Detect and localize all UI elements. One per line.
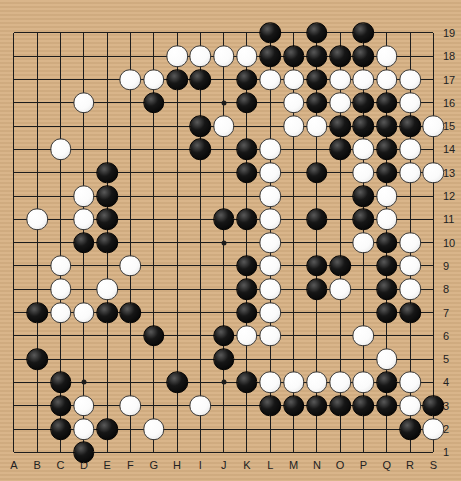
intersection-I11[interactable]: [189, 208, 212, 231]
intersection-A6[interactable]: [2, 324, 25, 347]
intersection-G11[interactable]: [142, 208, 165, 231]
intersection-L18[interactable]: [259, 45, 282, 68]
intersection-L4[interactable]: [259, 371, 282, 394]
intersection-N9[interactable]: [305, 254, 328, 277]
intersection-J3[interactable]: [212, 394, 235, 417]
intersection-F4[interactable]: [119, 371, 142, 394]
intersection-K9[interactable]: [235, 254, 258, 277]
go-grid[interactable]: [2, 21, 445, 464]
intersection-I15[interactable]: [189, 115, 212, 138]
intersection-K12[interactable]: [235, 184, 258, 207]
intersection-G2[interactable]: [142, 417, 165, 440]
intersection-N6[interactable]: [305, 324, 328, 347]
intersection-I9[interactable]: [189, 254, 212, 277]
intersection-H12[interactable]: [165, 184, 188, 207]
intersection-I16[interactable]: [189, 91, 212, 114]
intersection-C17[interactable]: [49, 68, 72, 91]
intersection-R6[interactable]: [398, 324, 421, 347]
intersection-G14[interactable]: [142, 138, 165, 161]
intersection-R5[interactable]: [398, 348, 421, 371]
intersection-A19[interactable]: [2, 21, 25, 44]
intersection-R19[interactable]: [398, 21, 421, 44]
intersection-C19[interactable]: [49, 21, 72, 44]
intersection-B2[interactable]: [26, 417, 49, 440]
intersection-P16[interactable]: [352, 91, 375, 114]
intersection-L9[interactable]: [259, 254, 282, 277]
intersection-H18[interactable]: [165, 45, 188, 68]
intersection-K5[interactable]: [235, 348, 258, 371]
intersection-A11[interactable]: [2, 208, 25, 231]
intersection-J10[interactable]: [212, 231, 235, 254]
intersection-L11[interactable]: [259, 208, 282, 231]
intersection-J8[interactable]: [212, 278, 235, 301]
intersection-N11[interactable]: [305, 208, 328, 231]
intersection-O7[interactable]: [329, 301, 352, 324]
intersection-L15[interactable]: [259, 115, 282, 138]
intersection-O10[interactable]: [329, 231, 352, 254]
intersection-N14[interactable]: [305, 138, 328, 161]
intersection-P14[interactable]: [352, 138, 375, 161]
intersection-I8[interactable]: [189, 278, 212, 301]
intersection-C16[interactable]: [49, 91, 72, 114]
intersection-A2[interactable]: [2, 417, 25, 440]
intersection-K4[interactable]: [235, 371, 258, 394]
intersection-F14[interactable]: [119, 138, 142, 161]
intersection-A18[interactable]: [2, 45, 25, 68]
intersection-B6[interactable]: [26, 324, 49, 347]
intersection-B7[interactable]: [26, 301, 49, 324]
intersection-E11[interactable]: [96, 208, 119, 231]
intersection-J16[interactable]: [212, 91, 235, 114]
intersection-B13[interactable]: [26, 161, 49, 184]
intersection-K8[interactable]: [235, 278, 258, 301]
intersection-A4[interactable]: [2, 371, 25, 394]
intersection-L10[interactable]: [259, 231, 282, 254]
intersection-P6[interactable]: [352, 324, 375, 347]
intersection-L16[interactable]: [259, 91, 282, 114]
intersection-Q9[interactable]: [375, 254, 398, 277]
intersection-L14[interactable]: [259, 138, 282, 161]
intersection-E7[interactable]: [96, 301, 119, 324]
intersection-H11[interactable]: [165, 208, 188, 231]
intersection-B11[interactable]: [26, 208, 49, 231]
intersection-B9[interactable]: [26, 254, 49, 277]
intersection-Q11[interactable]: [375, 208, 398, 231]
intersection-F18[interactable]: [119, 45, 142, 68]
intersection-R13[interactable]: [398, 161, 421, 184]
intersection-A13[interactable]: [2, 161, 25, 184]
intersection-L8[interactable]: [259, 278, 282, 301]
intersection-Q2[interactable]: [375, 417, 398, 440]
intersection-J9[interactable]: [212, 254, 235, 277]
intersection-H4[interactable]: [165, 371, 188, 394]
intersection-M3[interactable]: [282, 394, 305, 417]
intersection-Q17[interactable]: [375, 68, 398, 91]
intersection-P4[interactable]: [352, 371, 375, 394]
intersection-E16[interactable]: [96, 91, 119, 114]
intersection-J5[interactable]: [212, 348, 235, 371]
intersection-I3[interactable]: [189, 394, 212, 417]
intersection-D6[interactable]: [72, 324, 95, 347]
intersection-R7[interactable]: [398, 301, 421, 324]
intersection-P13[interactable]: [352, 161, 375, 184]
intersection-O2[interactable]: [329, 417, 352, 440]
intersection-H5[interactable]: [165, 348, 188, 371]
intersection-Q14[interactable]: [375, 138, 398, 161]
intersection-K13[interactable]: [235, 161, 258, 184]
intersection-G19[interactable]: [142, 21, 165, 44]
intersection-M19[interactable]: [282, 21, 305, 44]
intersection-C4[interactable]: [49, 371, 72, 394]
intersection-B10[interactable]: [26, 231, 49, 254]
intersection-F17[interactable]: [119, 68, 142, 91]
intersection-F10[interactable]: [119, 231, 142, 254]
intersection-D10[interactable]: [72, 231, 95, 254]
intersection-R2[interactable]: [398, 417, 421, 440]
intersection-F8[interactable]: [119, 278, 142, 301]
intersection-B12[interactable]: [26, 184, 49, 207]
intersection-R16[interactable]: [398, 91, 421, 114]
intersection-F15[interactable]: [119, 115, 142, 138]
intersection-O16[interactable]: [329, 91, 352, 114]
intersection-K18[interactable]: [235, 45, 258, 68]
intersection-H8[interactable]: [165, 278, 188, 301]
intersection-R18[interactable]: [398, 45, 421, 68]
intersection-D4[interactable]: [72, 371, 95, 394]
intersection-G7[interactable]: [142, 301, 165, 324]
intersection-H2[interactable]: [165, 417, 188, 440]
intersection-O11[interactable]: [329, 208, 352, 231]
intersection-B18[interactable]: [26, 45, 49, 68]
intersection-C15[interactable]: [49, 115, 72, 138]
intersection-E19[interactable]: [96, 21, 119, 44]
intersection-I10[interactable]: [189, 231, 212, 254]
intersection-P5[interactable]: [352, 348, 375, 371]
intersection-D12[interactable]: [72, 184, 95, 207]
intersection-M16[interactable]: [282, 91, 305, 114]
intersection-H14[interactable]: [165, 138, 188, 161]
intersection-A5[interactable]: [2, 348, 25, 371]
intersection-I7[interactable]: [189, 301, 212, 324]
intersection-C8[interactable]: [49, 278, 72, 301]
intersection-E4[interactable]: [96, 371, 119, 394]
intersection-J7[interactable]: [212, 301, 235, 324]
intersection-I4[interactable]: [189, 371, 212, 394]
intersection-M2[interactable]: [282, 417, 305, 440]
intersection-K6[interactable]: [235, 324, 258, 347]
intersection-Q16[interactable]: [375, 91, 398, 114]
intersection-J13[interactable]: [212, 161, 235, 184]
intersection-A15[interactable]: [2, 115, 25, 138]
intersection-D7[interactable]: [72, 301, 95, 324]
intersection-Q8[interactable]: [375, 278, 398, 301]
intersection-A16[interactable]: [2, 91, 25, 114]
intersection-N17[interactable]: [305, 68, 328, 91]
intersection-O8[interactable]: [329, 278, 352, 301]
intersection-M14[interactable]: [282, 138, 305, 161]
intersection-C7[interactable]: [49, 301, 72, 324]
intersection-Q3[interactable]: [375, 394, 398, 417]
intersection-M11[interactable]: [282, 208, 305, 231]
intersection-H15[interactable]: [165, 115, 188, 138]
intersection-D5[interactable]: [72, 348, 95, 371]
intersection-A8[interactable]: [2, 278, 25, 301]
intersection-F3[interactable]: [119, 394, 142, 417]
intersection-N15[interactable]: [305, 115, 328, 138]
intersection-R12[interactable]: [398, 184, 421, 207]
intersection-F11[interactable]: [119, 208, 142, 231]
intersection-L17[interactable]: [259, 68, 282, 91]
intersection-O6[interactable]: [329, 324, 352, 347]
intersection-J11[interactable]: [212, 208, 235, 231]
intersection-L13[interactable]: [259, 161, 282, 184]
intersection-G5[interactable]: [142, 348, 165, 371]
intersection-H13[interactable]: [165, 161, 188, 184]
intersection-C6[interactable]: [49, 324, 72, 347]
intersection-F2[interactable]: [119, 417, 142, 440]
intersection-K17[interactable]: [235, 68, 258, 91]
intersection-I12[interactable]: [189, 184, 212, 207]
intersection-F19[interactable]: [119, 21, 142, 44]
intersection-O5[interactable]: [329, 348, 352, 371]
intersection-Q12[interactable]: [375, 184, 398, 207]
intersection-H17[interactable]: [165, 68, 188, 91]
intersection-D13[interactable]: [72, 161, 95, 184]
intersection-H7[interactable]: [165, 301, 188, 324]
intersection-P8[interactable]: [352, 278, 375, 301]
intersection-D14[interactable]: [72, 138, 95, 161]
intersection-F6[interactable]: [119, 324, 142, 347]
intersection-M7[interactable]: [282, 301, 305, 324]
intersection-N19[interactable]: [305, 21, 328, 44]
intersection-D2[interactable]: [72, 417, 95, 440]
intersection-P10[interactable]: [352, 231, 375, 254]
intersection-N16[interactable]: [305, 91, 328, 114]
intersection-H10[interactable]: [165, 231, 188, 254]
intersection-E13[interactable]: [96, 161, 119, 184]
intersection-I5[interactable]: [189, 348, 212, 371]
intersection-M9[interactable]: [282, 254, 305, 277]
intersection-C3[interactable]: [49, 394, 72, 417]
intersection-N10[interactable]: [305, 231, 328, 254]
intersection-O4[interactable]: [329, 371, 352, 394]
intersection-J17[interactable]: [212, 68, 235, 91]
intersection-M6[interactable]: [282, 324, 305, 347]
intersection-P18[interactable]: [352, 45, 375, 68]
intersection-N7[interactable]: [305, 301, 328, 324]
intersection-P15[interactable]: [352, 115, 375, 138]
intersection-Q6[interactable]: [375, 324, 398, 347]
intersection-G18[interactable]: [142, 45, 165, 68]
intersection-G8[interactable]: [142, 278, 165, 301]
intersection-R10[interactable]: [398, 231, 421, 254]
intersection-B17[interactable]: [26, 68, 49, 91]
intersection-C2[interactable]: [49, 417, 72, 440]
intersection-E8[interactable]: [96, 278, 119, 301]
intersection-R3[interactable]: [398, 394, 421, 417]
intersection-D16[interactable]: [72, 91, 95, 114]
intersection-K7[interactable]: [235, 301, 258, 324]
intersection-N4[interactable]: [305, 371, 328, 394]
intersection-D19[interactable]: [72, 21, 95, 44]
intersection-B14[interactable]: [26, 138, 49, 161]
intersection-K3[interactable]: [235, 394, 258, 417]
intersection-F7[interactable]: [119, 301, 142, 324]
intersection-C10[interactable]: [49, 231, 72, 254]
intersection-K15[interactable]: [235, 115, 258, 138]
intersection-A9[interactable]: [2, 254, 25, 277]
intersection-J12[interactable]: [212, 184, 235, 207]
intersection-R8[interactable]: [398, 278, 421, 301]
intersection-G15[interactable]: [142, 115, 165, 138]
intersection-D9[interactable]: [72, 254, 95, 277]
intersection-J4[interactable]: [212, 371, 235, 394]
intersection-A14[interactable]: [2, 138, 25, 161]
intersection-P2[interactable]: [352, 417, 375, 440]
intersection-C13[interactable]: [49, 161, 72, 184]
intersection-Q4[interactable]: [375, 371, 398, 394]
intersection-G17[interactable]: [142, 68, 165, 91]
intersection-A17[interactable]: [2, 68, 25, 91]
intersection-K16[interactable]: [235, 91, 258, 114]
intersection-E15[interactable]: [96, 115, 119, 138]
intersection-E9[interactable]: [96, 254, 119, 277]
intersection-L7[interactable]: [259, 301, 282, 324]
intersection-O12[interactable]: [329, 184, 352, 207]
intersection-P19[interactable]: [352, 21, 375, 44]
intersection-O18[interactable]: [329, 45, 352, 68]
intersection-O17[interactable]: [329, 68, 352, 91]
intersection-F16[interactable]: [119, 91, 142, 114]
intersection-L2[interactable]: [259, 417, 282, 440]
intersection-H6[interactable]: [165, 324, 188, 347]
intersection-R4[interactable]: [398, 371, 421, 394]
intersection-L5[interactable]: [259, 348, 282, 371]
intersection-E2[interactable]: [96, 417, 119, 440]
intersection-Q13[interactable]: [375, 161, 398, 184]
intersection-F12[interactable]: [119, 184, 142, 207]
intersection-K19[interactable]: [235, 21, 258, 44]
intersection-C12[interactable]: [49, 184, 72, 207]
intersection-E6[interactable]: [96, 324, 119, 347]
intersection-I14[interactable]: [189, 138, 212, 161]
intersection-E17[interactable]: [96, 68, 119, 91]
intersection-E12[interactable]: [96, 184, 119, 207]
intersection-C11[interactable]: [49, 208, 72, 231]
intersection-K10[interactable]: [235, 231, 258, 254]
intersection-F13[interactable]: [119, 161, 142, 184]
intersection-K14[interactable]: [235, 138, 258, 161]
intersection-B15[interactable]: [26, 115, 49, 138]
intersection-N13[interactable]: [305, 161, 328, 184]
intersection-E3[interactable]: [96, 394, 119, 417]
intersection-K11[interactable]: [235, 208, 258, 231]
intersection-H16[interactable]: [165, 91, 188, 114]
intersection-C14[interactable]: [49, 138, 72, 161]
intersection-A3[interactable]: [2, 394, 25, 417]
intersection-G16[interactable]: [142, 91, 165, 114]
intersection-B8[interactable]: [26, 278, 49, 301]
intersection-Q15[interactable]: [375, 115, 398, 138]
intersection-N8[interactable]: [305, 278, 328, 301]
intersection-O3[interactable]: [329, 394, 352, 417]
intersection-J6[interactable]: [212, 324, 235, 347]
intersection-K2[interactable]: [235, 417, 258, 440]
intersection-B5[interactable]: [26, 348, 49, 371]
intersection-G6[interactable]: [142, 324, 165, 347]
intersection-E5[interactable]: [96, 348, 119, 371]
intersection-D17[interactable]: [72, 68, 95, 91]
intersection-B16[interactable]: [26, 91, 49, 114]
intersection-O19[interactable]: [329, 21, 352, 44]
intersection-P17[interactable]: [352, 68, 375, 91]
intersection-B19[interactable]: [26, 21, 49, 44]
intersection-J15[interactable]: [212, 115, 235, 138]
intersection-A7[interactable]: [2, 301, 25, 324]
intersection-D8[interactable]: [72, 278, 95, 301]
intersection-F9[interactable]: [119, 254, 142, 277]
intersection-I6[interactable]: [189, 324, 212, 347]
intersection-N18[interactable]: [305, 45, 328, 68]
intersection-O15[interactable]: [329, 115, 352, 138]
intersection-E10[interactable]: [96, 231, 119, 254]
intersection-C9[interactable]: [49, 254, 72, 277]
intersection-P7[interactable]: [352, 301, 375, 324]
intersection-N2[interactable]: [305, 417, 328, 440]
intersection-Q7[interactable]: [375, 301, 398, 324]
intersection-L19[interactable]: [259, 21, 282, 44]
intersection-M17[interactable]: [282, 68, 305, 91]
intersection-R15[interactable]: [398, 115, 421, 138]
intersection-H9[interactable]: [165, 254, 188, 277]
intersection-B4[interactable]: [26, 371, 49, 394]
intersection-M4[interactable]: [282, 371, 305, 394]
intersection-B3[interactable]: [26, 394, 49, 417]
intersection-P11[interactable]: [352, 208, 375, 231]
intersection-N3[interactable]: [305, 394, 328, 417]
intersection-M10[interactable]: [282, 231, 305, 254]
intersection-M12[interactable]: [282, 184, 305, 207]
intersection-J2[interactable]: [212, 417, 235, 440]
intersection-D15[interactable]: [72, 115, 95, 138]
intersection-G10[interactable]: [142, 231, 165, 254]
intersection-I13[interactable]: [189, 161, 212, 184]
intersection-G9[interactable]: [142, 254, 165, 277]
intersection-A12[interactable]: [2, 184, 25, 207]
intersection-J18[interactable]: [212, 45, 235, 68]
intersection-O13[interactable]: [329, 161, 352, 184]
intersection-I18[interactable]: [189, 45, 212, 68]
intersection-C18[interactable]: [49, 45, 72, 68]
intersection-L12[interactable]: [259, 184, 282, 207]
intersection-M8[interactable]: [282, 278, 305, 301]
intersection-G4[interactable]: [142, 371, 165, 394]
intersection-C5[interactable]: [49, 348, 72, 371]
intersection-Q5[interactable]: [375, 348, 398, 371]
intersection-H3[interactable]: [165, 394, 188, 417]
intersection-N12[interactable]: [305, 184, 328, 207]
intersection-G12[interactable]: [142, 184, 165, 207]
intersection-R17[interactable]: [398, 68, 421, 91]
intersection-E18[interactable]: [96, 45, 119, 68]
intersection-O9[interactable]: [329, 254, 352, 277]
intersection-L6[interactable]: [259, 324, 282, 347]
intersection-A10[interactable]: [2, 231, 25, 254]
intersection-E14[interactable]: [96, 138, 119, 161]
intersection-M5[interactable]: [282, 348, 305, 371]
intersection-I2[interactable]: [189, 417, 212, 440]
intersection-M15[interactable]: [282, 115, 305, 138]
